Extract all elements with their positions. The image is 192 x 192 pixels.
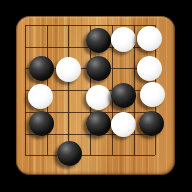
stone-white — [56, 57, 81, 82]
stone-black — [29, 56, 54, 81]
go-board — [16, 16, 175, 175]
stone-black — [111, 83, 136, 108]
stone-white — [137, 56, 162, 81]
stone-white — [140, 82, 165, 107]
stone-black — [57, 141, 82, 166]
go-app-icon[interactable] — [0, 0, 192, 192]
stone-black — [86, 28, 111, 53]
stone-black — [139, 111, 164, 136]
stone-white — [86, 85, 111, 110]
stone-black — [86, 111, 111, 136]
stone-white — [111, 112, 136, 137]
stone-black — [86, 56, 111, 81]
stone-black — [29, 111, 54, 136]
stone-white — [137, 26, 162, 51]
grid-hline — [25, 155, 155, 156]
stone-white — [28, 84, 53, 109]
stone-white — [111, 27, 136, 52]
